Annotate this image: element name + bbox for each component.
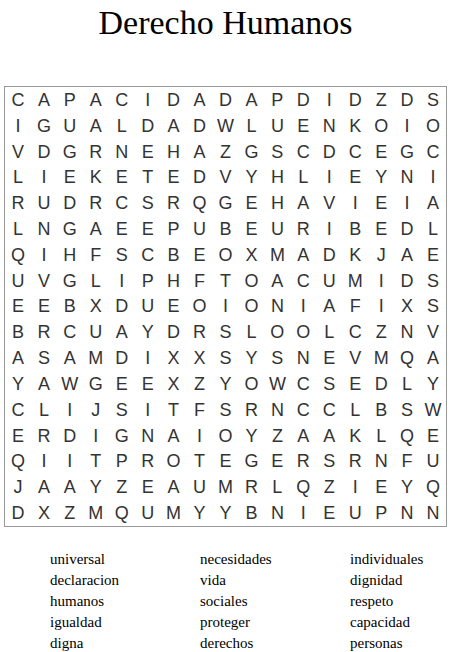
grid-cell[interactable]: E bbox=[57, 164, 83, 190]
grid-cell[interactable]: Z bbox=[187, 371, 213, 397]
grid-cell[interactable]: I bbox=[31, 164, 57, 190]
grid-cell[interactable]: J bbox=[5, 474, 31, 500]
grid-cell[interactable]: I bbox=[342, 474, 368, 500]
grid-cell[interactable]: X bbox=[161, 371, 187, 397]
grid-cell[interactable]: N bbox=[420, 500, 446, 526]
grid-cell[interactable]: I bbox=[213, 294, 239, 320]
grid-cell[interactable]: W bbox=[420, 397, 446, 423]
grid-cell[interactable]: L bbox=[394, 371, 420, 397]
grid-cell[interactable]: S bbox=[109, 242, 135, 268]
grid-cell[interactable]: K bbox=[342, 423, 368, 449]
grid-cell[interactable]: R bbox=[238, 397, 264, 423]
grid-cell[interactable]: E bbox=[5, 423, 31, 449]
grid-cell[interactable]: L bbox=[238, 113, 264, 139]
grid-cell[interactable]: G bbox=[57, 268, 83, 294]
grid-cell[interactable]: C bbox=[342, 319, 368, 345]
grid-cell[interactable]: R bbox=[83, 139, 109, 165]
grid-cell[interactable]: E bbox=[135, 216, 161, 242]
grid-cell[interactable]: R bbox=[135, 449, 161, 475]
grid-cell[interactable]: L bbox=[5, 216, 31, 242]
grid-cell[interactable]: M bbox=[83, 345, 109, 371]
word-item: humanos bbox=[50, 591, 200, 612]
grid-cell[interactable]: Y bbox=[83, 474, 109, 500]
grid-cell[interactable]: O bbox=[368, 113, 394, 139]
grid-cell[interactable]: U bbox=[5, 268, 31, 294]
grid-cell[interactable]: H bbox=[161, 268, 187, 294]
grid-cell[interactable]: X bbox=[31, 500, 57, 526]
grid-cell[interactable]: S bbox=[213, 319, 239, 345]
grid-cell[interactable]: Q bbox=[5, 242, 31, 268]
grid-cell[interactable]: U bbox=[83, 319, 109, 345]
grid-cell[interactable]: B bbox=[342, 216, 368, 242]
grid-cell[interactable]: C bbox=[135, 242, 161, 268]
grid-cell[interactable]: I bbox=[394, 190, 420, 216]
grid-cell[interactable]: O bbox=[420, 113, 446, 139]
grid-cell[interactable]: A bbox=[187, 87, 213, 113]
grid-cell[interactable]: E bbox=[238, 216, 264, 242]
grid-cell[interactable]: A bbox=[109, 319, 135, 345]
grid-cell[interactable]: E bbox=[161, 164, 187, 190]
grid-cell[interactable]: M bbox=[213, 474, 239, 500]
grid-cell[interactable]: T bbox=[83, 449, 109, 475]
grid-cell[interactable]: V bbox=[342, 345, 368, 371]
grid-cell[interactable]: V bbox=[420, 319, 446, 345]
grid-cell[interactable]: A bbox=[31, 371, 57, 397]
grid-cell[interactable]: A bbox=[31, 474, 57, 500]
grid-cell[interactable]: I bbox=[135, 87, 161, 113]
grid-cell[interactable]: G bbox=[238, 139, 264, 165]
grid-cell[interactable]: D bbox=[187, 113, 213, 139]
grid-cell[interactable]: I bbox=[135, 345, 161, 371]
grid-cell[interactable]: H bbox=[264, 190, 290, 216]
grid-cell[interactable]: L bbox=[368, 423, 394, 449]
grid-cell[interactable]: C bbox=[109, 190, 135, 216]
grid-cell[interactable]: D bbox=[109, 345, 135, 371]
grid-cell[interactable]: Q bbox=[420, 474, 446, 500]
grid-cell[interactable]: Z bbox=[109, 474, 135, 500]
grid-cell[interactable]: R bbox=[238, 474, 264, 500]
grid-cell[interactable]: A bbox=[290, 242, 316, 268]
grid-cell[interactable]: E bbox=[342, 371, 368, 397]
grid-cell[interactable]: G bbox=[31, 113, 57, 139]
grid-cell[interactable]: E bbox=[5, 294, 31, 320]
grid-cell[interactable]: R bbox=[5, 190, 31, 216]
grid-cell[interactable]: Y bbox=[238, 423, 264, 449]
grid-cell[interactable]: Y bbox=[238, 345, 264, 371]
grid-cell[interactable]: I bbox=[290, 294, 316, 320]
grid-cell[interactable]: S bbox=[264, 139, 290, 165]
grid-cell[interactable]: P bbox=[57, 87, 83, 113]
grid-cell[interactable]: E bbox=[368, 474, 394, 500]
grid-cell[interactable]: R bbox=[342, 449, 368, 475]
word-list-column: universaldeclaracionhumanosigualdaddigna bbox=[50, 549, 200, 652]
grid-cell[interactable]: Y bbox=[213, 371, 239, 397]
grid-cell[interactable]: D bbox=[31, 139, 57, 165]
grid-cell[interactable]: P bbox=[135, 268, 161, 294]
grid-cell[interactable]: M bbox=[161, 500, 187, 526]
grid-cell[interactable]: A bbox=[394, 242, 420, 268]
grid-cell[interactable]: C bbox=[5, 397, 31, 423]
grid-cell[interactable]: C bbox=[420, 139, 446, 165]
grid-cell[interactable]: U bbox=[57, 113, 83, 139]
grid-cell[interactable]: L bbox=[5, 164, 31, 190]
grid-cell[interactable]: A bbox=[5, 345, 31, 371]
grid-cell[interactable]: E bbox=[213, 449, 239, 475]
grid-cell[interactable]: M bbox=[368, 345, 394, 371]
grid-cell[interactable]: E bbox=[31, 294, 57, 320]
grid-cell[interactable]: A bbox=[83, 87, 109, 113]
grid-cell[interactable]: F bbox=[187, 268, 213, 294]
grid-cell[interactable]: L bbox=[342, 397, 368, 423]
word-item: individuales bbox=[350, 549, 440, 570]
grid-cell[interactable]: U bbox=[135, 500, 161, 526]
grid-cell[interactable]: N bbox=[394, 164, 420, 190]
grid-cell[interactable]: I bbox=[368, 294, 394, 320]
grid-cell[interactable]: Y bbox=[213, 500, 239, 526]
grid-cell[interactable]: S bbox=[394, 397, 420, 423]
grid-cell[interactable]: D bbox=[57, 190, 83, 216]
grid-cell[interactable]: S bbox=[420, 294, 446, 320]
grid-cell[interactable]: E bbox=[135, 371, 161, 397]
word-item: capacidad bbox=[350, 612, 440, 633]
grid-cell[interactable]: N bbox=[135, 423, 161, 449]
grid-cell[interactable]: E bbox=[135, 474, 161, 500]
grid-cell[interactable]: M bbox=[83, 500, 109, 526]
grid-cell[interactable]: I bbox=[368, 268, 394, 294]
grid-cell[interactable]: U bbox=[342, 500, 368, 526]
grid-cell[interactable]: N bbox=[316, 113, 342, 139]
grid-cell[interactable]: C bbox=[316, 397, 342, 423]
grid-cell[interactable]: C bbox=[290, 268, 316, 294]
grid-cell[interactable]: Y bbox=[368, 164, 394, 190]
grid-cell[interactable]: L bbox=[264, 474, 290, 500]
grid-cell[interactable]: N bbox=[394, 319, 420, 345]
grid-cell[interactable]: B bbox=[238, 500, 264, 526]
grid-cell[interactable]: L bbox=[316, 319, 342, 345]
grid-cell[interactable]: O bbox=[290, 319, 316, 345]
grid-cell[interactable]: Y bbox=[5, 371, 31, 397]
grid-cell[interactable]: P bbox=[109, 449, 135, 475]
grid-cell[interactable]: Z bbox=[57, 500, 83, 526]
grid-cell[interactable]: B bbox=[5, 319, 31, 345]
grid-cell[interactable]: S bbox=[420, 87, 446, 113]
grid-cell[interactable]: U bbox=[187, 474, 213, 500]
grid-cell[interactable]: E bbox=[368, 216, 394, 242]
grid-cell[interactable]: E bbox=[109, 216, 135, 242]
grid-cell[interactable]: N bbox=[264, 397, 290, 423]
grid-cell[interactable]: I bbox=[187, 423, 213, 449]
grid-cell[interactable]: O bbox=[187, 294, 213, 320]
grid-cell[interactable]: D bbox=[161, 319, 187, 345]
grid-cell[interactable]: I bbox=[420, 164, 446, 190]
grid-cell[interactable]: D bbox=[135, 113, 161, 139]
grid-cell[interactable]: Y bbox=[420, 371, 446, 397]
grid-cell[interactable]: W bbox=[57, 371, 83, 397]
grid-cell[interactable]: Y bbox=[238, 164, 264, 190]
grid-cell[interactable]: A bbox=[264, 268, 290, 294]
grid-cell[interactable]: E bbox=[238, 190, 264, 216]
grid-cell[interactable]: D bbox=[161, 87, 187, 113]
grid-cell[interactable]: G bbox=[109, 423, 135, 449]
grid-cell[interactable]: I bbox=[316, 87, 342, 113]
grid-cell[interactable]: G bbox=[57, 216, 83, 242]
grid-cell[interactable]: K bbox=[83, 164, 109, 190]
grid-cell[interactable]: S bbox=[31, 345, 57, 371]
grid-cell[interactable]: M bbox=[342, 268, 368, 294]
grid-cell[interactable]: I bbox=[290, 500, 316, 526]
grid-cell[interactable]: Q bbox=[394, 345, 420, 371]
grid-cell[interactable]: I bbox=[31, 449, 57, 475]
grid-cell[interactable]: A bbox=[57, 345, 83, 371]
grid-cell[interactable]: O bbox=[161, 449, 187, 475]
grid-cell[interactable]: O bbox=[213, 242, 239, 268]
grid-cell[interactable]: A bbox=[161, 423, 187, 449]
grid-cell[interactable]: H bbox=[264, 164, 290, 190]
grid-cell[interactable]: B bbox=[368, 397, 394, 423]
word-item: necesidades bbox=[200, 549, 350, 570]
grid-cell[interactable]: G bbox=[83, 371, 109, 397]
word-item: dignidad bbox=[350, 570, 440, 591]
grid-cell[interactable]: E bbox=[420, 242, 446, 268]
grid-cell[interactable]: I bbox=[57, 449, 83, 475]
grid-cell[interactable]: E bbox=[316, 500, 342, 526]
word-item: personas bbox=[350, 633, 440, 652]
grid-cell[interactable]: E bbox=[161, 294, 187, 320]
grid-cell[interactable]: P bbox=[264, 87, 290, 113]
grid-cell[interactable]: D bbox=[213, 87, 239, 113]
grid-cell[interactable]: S bbox=[213, 345, 239, 371]
grid-cell[interactable]: N bbox=[290, 345, 316, 371]
grid-cell[interactable]: R bbox=[31, 423, 57, 449]
grid-cell[interactable]: D bbox=[5, 500, 31, 526]
grid-cell[interactable]: T bbox=[135, 164, 161, 190]
grid-cell[interactable]: U bbox=[316, 268, 342, 294]
grid-cell[interactable]: L bbox=[109, 113, 135, 139]
grid-cell[interactable]: O bbox=[238, 294, 264, 320]
grid-cell[interactable]: L bbox=[238, 319, 264, 345]
grid-cell[interactable]: N bbox=[264, 294, 290, 320]
word-list-column: individualesdignidadrespetocapacidadpers… bbox=[350, 549, 440, 652]
grid-cell[interactable]: B bbox=[57, 294, 83, 320]
grid-cell[interactable]: U bbox=[31, 190, 57, 216]
grid-cell[interactable]: A bbox=[238, 87, 264, 113]
grid-cell[interactable]: S bbox=[135, 190, 161, 216]
grid-cell[interactable]: E bbox=[342, 164, 368, 190]
grid-cell[interactable]: S bbox=[420, 268, 446, 294]
grid-cell[interactable]: A bbox=[31, 87, 57, 113]
grid-cell[interactable]: S bbox=[264, 345, 290, 371]
grid-cell[interactable]: R bbox=[290, 216, 316, 242]
grid-cell[interactable]: U bbox=[135, 294, 161, 320]
grid-cell[interactable]: E bbox=[420, 423, 446, 449]
grid-cell[interactable]: Q bbox=[5, 449, 31, 475]
grid-cell[interactable]: V bbox=[316, 190, 342, 216]
grid-cell[interactable]: L bbox=[420, 216, 446, 242]
grid-cell[interactable]: R bbox=[290, 449, 316, 475]
grid-cell[interactable]: E bbox=[368, 139, 394, 165]
grid-cell[interactable]: O bbox=[238, 268, 264, 294]
grid-cell[interactable]: F bbox=[83, 242, 109, 268]
grid-cell[interactable]: Q bbox=[187, 190, 213, 216]
grid-cell[interactable]: G bbox=[238, 449, 264, 475]
grid-cell[interactable]: A bbox=[290, 190, 316, 216]
grid-cell[interactable]: Q bbox=[109, 500, 135, 526]
grid-cell[interactable]: X bbox=[83, 294, 109, 320]
grid-cell[interactable]: M bbox=[264, 242, 290, 268]
grid-cell[interactable]: V bbox=[213, 164, 239, 190]
grid-cell[interactable]: A bbox=[316, 294, 342, 320]
grid-cell[interactable]: C bbox=[342, 139, 368, 165]
grid-cell[interactable]: D bbox=[368, 371, 394, 397]
grid-cell[interactable]: T bbox=[213, 268, 239, 294]
grid-cell[interactable]: Z bbox=[368, 87, 394, 113]
grid-cell[interactable]: E bbox=[187, 242, 213, 268]
grid-cell[interactable]: R bbox=[83, 190, 109, 216]
grid-cell[interactable]: C bbox=[57, 319, 83, 345]
grid-cell[interactable]: P bbox=[368, 500, 394, 526]
grid-cell[interactable]: N bbox=[109, 139, 135, 165]
grid-cell[interactable]: A bbox=[420, 345, 446, 371]
grid-cell[interactable]: D bbox=[342, 87, 368, 113]
grid-cell[interactable]: Z bbox=[264, 423, 290, 449]
grid-cell[interactable]: H bbox=[161, 139, 187, 165]
grid-cell[interactable]: L bbox=[31, 397, 57, 423]
grid-cell[interactable]: A bbox=[161, 113, 187, 139]
grid-cell[interactable]: R bbox=[187, 319, 213, 345]
grid-cell[interactable]: D bbox=[394, 268, 420, 294]
grid-cell[interactable]: T bbox=[187, 449, 213, 475]
grid-cell[interactable]: N bbox=[264, 500, 290, 526]
grid-cell[interactable]: I bbox=[83, 423, 109, 449]
grid-cell[interactable]: Q bbox=[290, 474, 316, 500]
grid-cell[interactable]: O bbox=[213, 423, 239, 449]
grid-cell[interactable]: W bbox=[264, 371, 290, 397]
grid-cell[interactable]: D bbox=[316, 139, 342, 165]
grid-cell[interactable]: I bbox=[135, 397, 161, 423]
grid-cell[interactable]: C bbox=[5, 87, 31, 113]
grid-cell[interactable]: L bbox=[83, 268, 109, 294]
grid-cell[interactable]: E bbox=[264, 449, 290, 475]
grid-cell[interactable]: O bbox=[238, 371, 264, 397]
grid-cell[interactable]: E bbox=[368, 190, 394, 216]
grid-cell[interactable]: I bbox=[109, 268, 135, 294]
grid-cell[interactable]: D bbox=[394, 216, 420, 242]
grid-cell[interactable]: H bbox=[57, 242, 83, 268]
letter-grid: CAPACIDADAPDIDZDSIGUALDADWLUENKOIOVDGRNE… bbox=[4, 86, 447, 527]
grid-cell[interactable]: Y bbox=[135, 319, 161, 345]
grid-cell[interactable]: X bbox=[161, 345, 187, 371]
grid-cell[interactable]: K bbox=[342, 113, 368, 139]
grid-cell[interactable]: E bbox=[109, 164, 135, 190]
grid-cell[interactable]: B bbox=[213, 216, 239, 242]
grid-cell[interactable]: D bbox=[57, 423, 83, 449]
grid-cell[interactable]: P bbox=[161, 216, 187, 242]
grid-cell[interactable]: D bbox=[316, 242, 342, 268]
grid-cell[interactable]: R bbox=[161, 190, 187, 216]
grid-cell[interactable]: Z bbox=[368, 319, 394, 345]
grid-cell[interactable]: U bbox=[420, 449, 446, 475]
grid-cell[interactable]: A bbox=[187, 139, 213, 165]
grid-cell[interactable]: V bbox=[31, 268, 57, 294]
grid-cell[interactable]: X bbox=[187, 345, 213, 371]
grid-cell[interactable]: L bbox=[290, 164, 316, 190]
grid-cell[interactable]: B bbox=[161, 242, 187, 268]
grid-cell[interactable]: E bbox=[316, 345, 342, 371]
grid-cell[interactable]: S bbox=[109, 397, 135, 423]
grid-cell[interactable]: Z bbox=[213, 139, 239, 165]
grid-cell[interactable]: V bbox=[5, 139, 31, 165]
grid-cell[interactable]: O bbox=[264, 319, 290, 345]
grid-cell[interactable]: C bbox=[290, 139, 316, 165]
grid-cell[interactable]: I bbox=[31, 242, 57, 268]
grid-cell[interactable]: N bbox=[394, 500, 420, 526]
grid-cell[interactable]: N bbox=[31, 216, 57, 242]
grid-cell[interactable]: G bbox=[57, 139, 83, 165]
grid-cell[interactable]: J bbox=[83, 397, 109, 423]
grid-cell[interactable]: A bbox=[420, 190, 446, 216]
grid-cell[interactable]: E bbox=[109, 371, 135, 397]
grid-cell[interactable]: D bbox=[187, 164, 213, 190]
grid-cell[interactable]: U bbox=[264, 113, 290, 139]
grid-cell[interactable]: I bbox=[342, 190, 368, 216]
grid-cell[interactable]: D bbox=[109, 294, 135, 320]
grid-cell[interactable]: G bbox=[213, 190, 239, 216]
grid-cell[interactable]: F bbox=[342, 294, 368, 320]
grid-cell[interactable]: E bbox=[135, 139, 161, 165]
grid-cell[interactable]: K bbox=[342, 242, 368, 268]
grid-cell[interactable]: I bbox=[57, 397, 83, 423]
grid-cell[interactable]: W bbox=[213, 113, 239, 139]
grid-cell[interactable]: I bbox=[316, 216, 342, 242]
grid-cell[interactable]: J bbox=[368, 242, 394, 268]
grid-cell[interactable]: G bbox=[394, 139, 420, 165]
grid-cell[interactable]: E bbox=[290, 113, 316, 139]
grid-cell[interactable]: T bbox=[161, 397, 187, 423]
grid-cell[interactable]: U bbox=[264, 216, 290, 242]
grid-cell[interactable]: F bbox=[394, 449, 420, 475]
grid-cell[interactable]: D bbox=[290, 87, 316, 113]
grid-cell[interactable]: Q bbox=[394, 423, 420, 449]
grid-cell[interactable]: S bbox=[213, 397, 239, 423]
grid-cell[interactable]: X bbox=[238, 242, 264, 268]
grid-cell[interactable]: A bbox=[290, 423, 316, 449]
grid-cell[interactable]: R bbox=[31, 319, 57, 345]
grid-cell[interactable]: A bbox=[83, 113, 109, 139]
grid-cell[interactable]: F bbox=[187, 397, 213, 423]
grid-cell[interactable]: A bbox=[316, 423, 342, 449]
grid-cell[interactable]: Z bbox=[316, 474, 342, 500]
grid-cell[interactable]: N bbox=[368, 449, 394, 475]
word-item: vida bbox=[200, 570, 350, 591]
grid-cell[interactable]: S bbox=[316, 449, 342, 475]
grid-cell[interactable]: D bbox=[394, 87, 420, 113]
grid-cell[interactable]: Y bbox=[187, 500, 213, 526]
grid-cell[interactable]: I bbox=[5, 113, 31, 139]
grid-cell[interactable]: C bbox=[290, 397, 316, 423]
grid-cell[interactable]: S bbox=[316, 371, 342, 397]
grid-cell[interactable]: I bbox=[316, 164, 342, 190]
grid-cell[interactable]: U bbox=[187, 216, 213, 242]
grid-cell[interactable]: C bbox=[109, 87, 135, 113]
word-list: universaldeclaracionhumanosigualdaddigna… bbox=[50, 549, 440, 652]
grid-cell[interactable]: X bbox=[394, 294, 420, 320]
grid-cell[interactable]: A bbox=[83, 216, 109, 242]
grid-cell[interactable]: A bbox=[161, 474, 187, 500]
grid-cell[interactable]: C bbox=[290, 371, 316, 397]
grid-cell[interactable]: A bbox=[57, 474, 83, 500]
grid-cell[interactable]: Y bbox=[394, 474, 420, 500]
grid-cell[interactable]: I bbox=[394, 113, 420, 139]
